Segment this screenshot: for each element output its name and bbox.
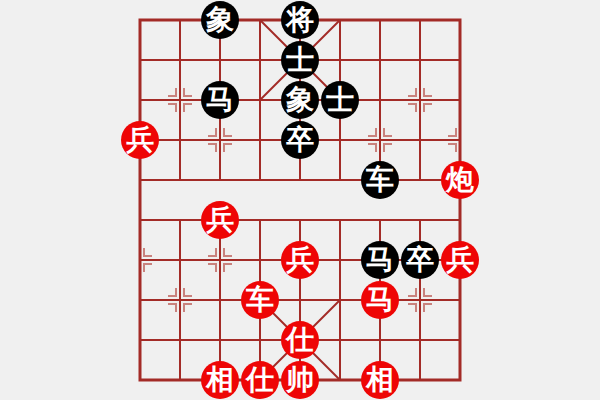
piece-black-soldier-r6c7[interactable]: 卒 xyxy=(401,241,439,279)
piece-red-elephant-r9c2[interactable]: 相 xyxy=(201,361,239,399)
piece-black-chariot-r4c6[interactable]: 车 xyxy=(361,161,399,199)
xiangqi-app: 象将士马象士兵卒车炮兵兵马卒兵车马仕相仕帅相 xyxy=(0,0,600,400)
piece-black-horse-r2c2[interactable]: 马 xyxy=(201,81,239,119)
piece-red-advisor-r9c3[interactable]: 仕 xyxy=(241,361,279,399)
piece-black-elephant-r0c2[interactable]: 象 xyxy=(201,1,239,39)
piece-red-horse-r7c6[interactable]: 马 xyxy=(361,281,399,319)
piece-red-chariot-r7c3[interactable]: 车 xyxy=(241,281,279,319)
piece-black-advisor-r2c5[interactable]: 士 xyxy=(321,81,359,119)
piece-black-advisor-r1c4[interactable]: 士 xyxy=(281,41,319,79)
piece-black-general-r0c4[interactable]: 将 xyxy=(281,1,319,39)
piece-black-elephant-r2c4[interactable]: 象 xyxy=(281,81,319,119)
piece-black-horse-r6c6[interactable]: 马 xyxy=(361,241,399,279)
piece-red-soldier-r6c8[interactable]: 兵 xyxy=(441,241,479,279)
piece-red-soldier-r6c4[interactable]: 兵 xyxy=(281,241,319,279)
piece-red-elephant-r9c6[interactable]: 相 xyxy=(361,361,399,399)
piece-red-advisor-r8c4[interactable]: 仕 xyxy=(281,321,319,359)
piece-red-soldier-r3c0[interactable]: 兵 xyxy=(121,121,159,159)
piece-red-king-r9c4[interactable]: 帅 xyxy=(281,361,319,399)
xiangqi-board: 象将士马象士兵卒车炮兵兵马卒兵车马仕相仕帅相 xyxy=(120,0,480,400)
piece-red-cannon-r4c8[interactable]: 炮 xyxy=(441,161,479,199)
piece-black-soldier-r3c4[interactable]: 卒 xyxy=(281,121,319,159)
piece-red-soldier-r5c2[interactable]: 兵 xyxy=(201,201,239,239)
